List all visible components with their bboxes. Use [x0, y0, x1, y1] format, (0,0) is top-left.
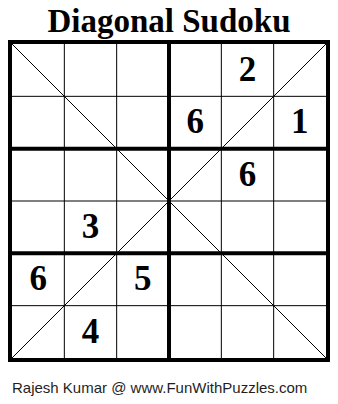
cell-r2c3[interactable]	[117, 96, 169, 148]
cell-r6c2: 4	[64, 306, 116, 358]
cell-r5c2[interactable]	[64, 253, 116, 305]
cell-r4c6[interactable]	[274, 201, 326, 253]
cell-r6c4[interactable]	[169, 306, 221, 358]
cell-r5c4[interactable]	[169, 253, 221, 305]
cell-r4c5[interactable]	[221, 201, 273, 253]
cell-r4c4[interactable]	[169, 201, 221, 253]
cell-r1c3[interactable]	[117, 44, 169, 96]
cell-r5c1: 6	[12, 253, 64, 305]
cell-r6c6[interactable]	[274, 306, 326, 358]
cell-r1c2[interactable]	[64, 44, 116, 96]
cell-r6c1[interactable]	[12, 306, 64, 358]
cell-r4c2: 3	[64, 201, 116, 253]
cell-r4c3[interactable]	[117, 201, 169, 253]
cell-r6c5[interactable]	[221, 306, 273, 358]
cell-r3c3[interactable]	[117, 149, 169, 201]
cell-r2c5[interactable]	[221, 96, 273, 148]
puzzle-title: Diagonal Sudoku	[0, 0, 338, 39]
cell-r4c1[interactable]	[12, 201, 64, 253]
cell-r5c3: 5	[117, 253, 169, 305]
cell-r1c6[interactable]	[274, 44, 326, 96]
cell-r3c6[interactable]	[274, 149, 326, 201]
cell-r2c1[interactable]	[12, 96, 64, 148]
cell-r1c4[interactable]	[169, 44, 221, 96]
cell-r6c3[interactable]	[117, 306, 169, 358]
cell-r3c1[interactable]	[12, 149, 64, 201]
cell-r2c2[interactable]	[64, 96, 116, 148]
cell-r5c5[interactable]	[221, 253, 273, 305]
cell-r2c6: 1	[274, 96, 326, 148]
cell-r2c4: 6	[169, 96, 221, 148]
sudoku-board: 26163654	[8, 40, 330, 362]
cell-r3c2[interactable]	[64, 149, 116, 201]
cell-r1c5: 2	[221, 44, 273, 96]
cell-r3c5: 6	[221, 149, 273, 201]
credit-text: Rajesh Kumar @ www.FunWithPuzzles.com	[12, 379, 338, 396]
cell-r5c6[interactable]	[274, 253, 326, 305]
cell-grid: 26163654	[12, 44, 326, 358]
cell-r1c1[interactable]	[12, 44, 64, 96]
cell-r3c4[interactable]	[169, 149, 221, 201]
page: Diagonal Sudoku 26163654 Rajesh Kumar @ …	[0, 0, 338, 404]
